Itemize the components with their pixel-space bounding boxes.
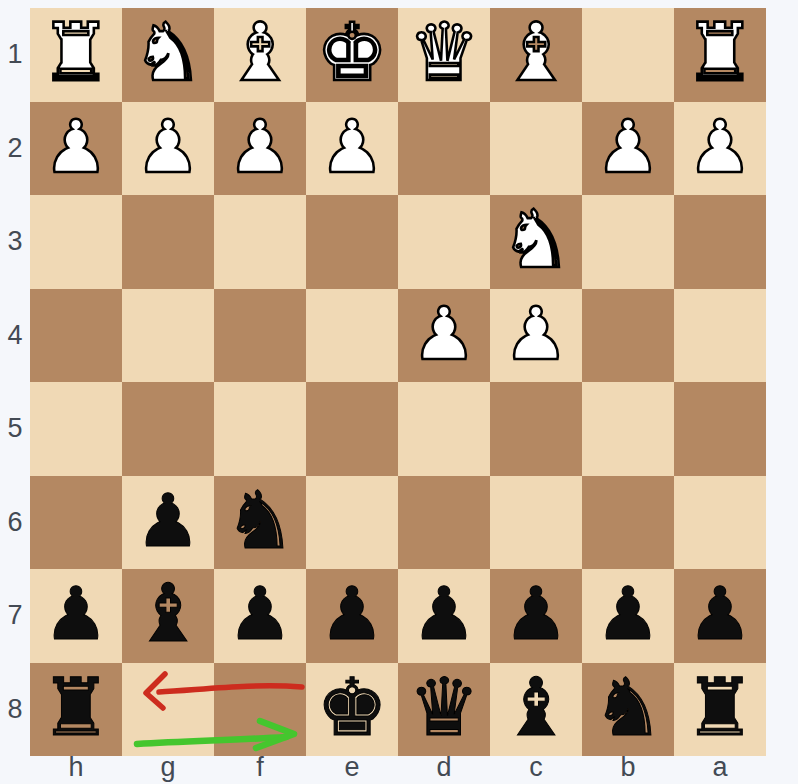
white-pawn[interactable]: ♟ — [503, 287, 568, 380]
square-f7[interactable]: ♟ — [214, 569, 306, 663]
white-pawn[interactable]: ♟ — [319, 100, 384, 193]
black-pawn[interactable]: ♟ — [595, 567, 660, 660]
rank-label-5: 5 — [0, 382, 30, 476]
black-knight[interactable]: ♞ — [592, 661, 664, 754]
square-d8[interactable]: ♛ — [398, 663, 490, 757]
rank-label-3: 3 — [0, 195, 30, 289]
file-label-b: b — [582, 752, 674, 784]
square-a8[interactable]: ♜ — [674, 663, 766, 757]
square-a1[interactable]: ♜ — [674, 8, 766, 102]
square-c5[interactable] — [490, 382, 582, 476]
square-e7[interactable]: ♟ — [306, 569, 398, 663]
file-label-a: a — [674, 752, 766, 784]
square-f1[interactable]: ♝ — [214, 8, 306, 102]
square-d5[interactable] — [398, 382, 490, 476]
square-d1[interactable]: ♛ — [398, 8, 490, 102]
square-c7[interactable]: ♟ — [490, 569, 582, 663]
square-b4[interactable] — [582, 289, 674, 383]
black-pawn[interactable]: ♟ — [687, 567, 752, 660]
rank-label-4: 4 — [0, 289, 30, 383]
file-label-d: d — [398, 752, 490, 784]
black-pawn[interactable]: ♟ — [411, 567, 476, 660]
white-rook[interactable]: ♜ — [40, 6, 112, 99]
white-pawn[interactable]: ♟ — [595, 100, 660, 193]
square-e4[interactable] — [306, 289, 398, 383]
square-e5[interactable] — [306, 382, 398, 476]
white-bishop[interactable]: ♝ — [500, 6, 572, 99]
file-label-h: h — [30, 752, 122, 784]
rank-labels: 12345678 — [0, 8, 30, 756]
square-h2[interactable]: ♟ — [30, 102, 122, 196]
square-g1[interactable]: ♞ — [122, 8, 214, 102]
rank-label-6: 6 — [0, 476, 30, 570]
square-f3[interactable] — [214, 195, 306, 289]
square-b5[interactable] — [582, 382, 674, 476]
file-label-g: g — [122, 752, 214, 784]
file-labels: hgfedcba — [30, 752, 766, 784]
rank-label-1: 1 — [0, 8, 30, 102]
square-b1[interactable] — [582, 8, 674, 102]
square-h4[interactable] — [30, 289, 122, 383]
square-f4[interactable] — [214, 289, 306, 383]
square-h6[interactable] — [30, 476, 122, 570]
white-bishop[interactable]: ♝ — [224, 6, 296, 99]
square-a4[interactable] — [674, 289, 766, 383]
black-rook[interactable]: ♜ — [40, 661, 112, 754]
square-c1[interactable]: ♝ — [490, 8, 582, 102]
square-d2[interactable] — [398, 102, 490, 196]
black-rook[interactable]: ♜ — [684, 661, 756, 754]
square-g5[interactable] — [122, 382, 214, 476]
square-e6[interactable] — [306, 476, 398, 570]
square-c3[interactable]: ♞ — [490, 195, 582, 289]
rank-label-8: 8 — [0, 663, 30, 757]
black-pawn[interactable]: ♟ — [503, 567, 568, 660]
square-g4[interactable] — [122, 289, 214, 383]
black-pawn[interactable]: ♟ — [227, 567, 292, 660]
white-pawn[interactable]: ♟ — [687, 100, 752, 193]
white-king[interactable]: ♚ — [316, 6, 388, 99]
square-e8[interactable]: ♚ — [306, 663, 398, 757]
rank-label-2: 2 — [0, 102, 30, 196]
square-b6[interactable] — [582, 476, 674, 570]
square-a3[interactable] — [674, 195, 766, 289]
chess-board-page: 12345678 ♜♞♝♚♛♝♜♟♟♟♟♟♟♞♟♟♟♞♟♝♟♟♟♟♟♟♜♚♛♝♞… — [0, 0, 798, 784]
square-a6[interactable] — [674, 476, 766, 570]
square-h1[interactable]: ♜ — [30, 8, 122, 102]
square-d4[interactable]: ♟ — [398, 289, 490, 383]
white-queen[interactable]: ♛ — [408, 6, 480, 99]
square-c4[interactable]: ♟ — [490, 289, 582, 383]
square-e2[interactable]: ♟ — [306, 102, 398, 196]
black-pawn[interactable]: ♟ — [319, 567, 384, 660]
square-f6[interactable]: ♞ — [214, 476, 306, 570]
square-h7[interactable]: ♟ — [30, 569, 122, 663]
black-knight[interactable]: ♞ — [224, 474, 296, 567]
chess-board[interactable]: ♜♞♝♚♛♝♜♟♟♟♟♟♟♞♟♟♟♞♟♝♟♟♟♟♟♟♜♚♛♝♞♜ — [30, 8, 766, 756]
square-c8[interactable]: ♝ — [490, 663, 582, 757]
square-b7[interactable]: ♟ — [582, 569, 674, 663]
file-label-c: c — [490, 752, 582, 784]
square-g6[interactable]: ♟ — [122, 476, 214, 570]
file-label-e: e — [306, 752, 398, 784]
square-b3[interactable] — [582, 195, 674, 289]
square-b8[interactable]: ♞ — [582, 663, 674, 757]
square-g8[interactable] — [122, 663, 214, 757]
square-d6[interactable] — [398, 476, 490, 570]
square-d3[interactable] — [398, 195, 490, 289]
square-f2[interactable]: ♟ — [214, 102, 306, 196]
square-f5[interactable] — [214, 382, 306, 476]
white-knight[interactable]: ♞ — [132, 6, 204, 99]
square-c6[interactable] — [490, 476, 582, 570]
black-pawn[interactable]: ♟ — [135, 474, 200, 567]
square-g2[interactable]: ♟ — [122, 102, 214, 196]
square-a7[interactable]: ♟ — [674, 569, 766, 663]
black-pawn[interactable]: ♟ — [43, 567, 108, 660]
square-e1[interactable]: ♚ — [306, 8, 398, 102]
square-e3[interactable] — [306, 195, 398, 289]
square-h5[interactable] — [30, 382, 122, 476]
square-g3[interactable] — [122, 195, 214, 289]
square-b2[interactable]: ♟ — [582, 102, 674, 196]
black-king[interactable]: ♚ — [316, 661, 388, 754]
square-h3[interactable] — [30, 195, 122, 289]
black-bishop[interactable]: ♝ — [132, 567, 204, 660]
square-g7[interactable]: ♝ — [122, 569, 214, 663]
square-a2[interactable]: ♟ — [674, 102, 766, 196]
rank-label-7: 7 — [0, 569, 30, 663]
white-rook[interactable]: ♜ — [684, 6, 756, 99]
white-pawn[interactable]: ♟ — [227, 100, 292, 193]
white-pawn[interactable]: ♟ — [135, 100, 200, 193]
white-pawn[interactable]: ♟ — [43, 100, 108, 193]
square-a5[interactable] — [674, 382, 766, 476]
file-label-f: f — [214, 752, 306, 784]
square-d7[interactable]: ♟ — [398, 569, 490, 663]
white-pawn[interactable]: ♟ — [411, 287, 476, 380]
white-knight[interactable]: ♞ — [500, 193, 572, 286]
black-bishop[interactable]: ♝ — [500, 661, 572, 754]
black-queen[interactable]: ♛ — [408, 661, 480, 754]
square-h8[interactable]: ♜ — [30, 663, 122, 757]
square-f8[interactable] — [214, 663, 306, 757]
square-c2[interactable] — [490, 102, 582, 196]
